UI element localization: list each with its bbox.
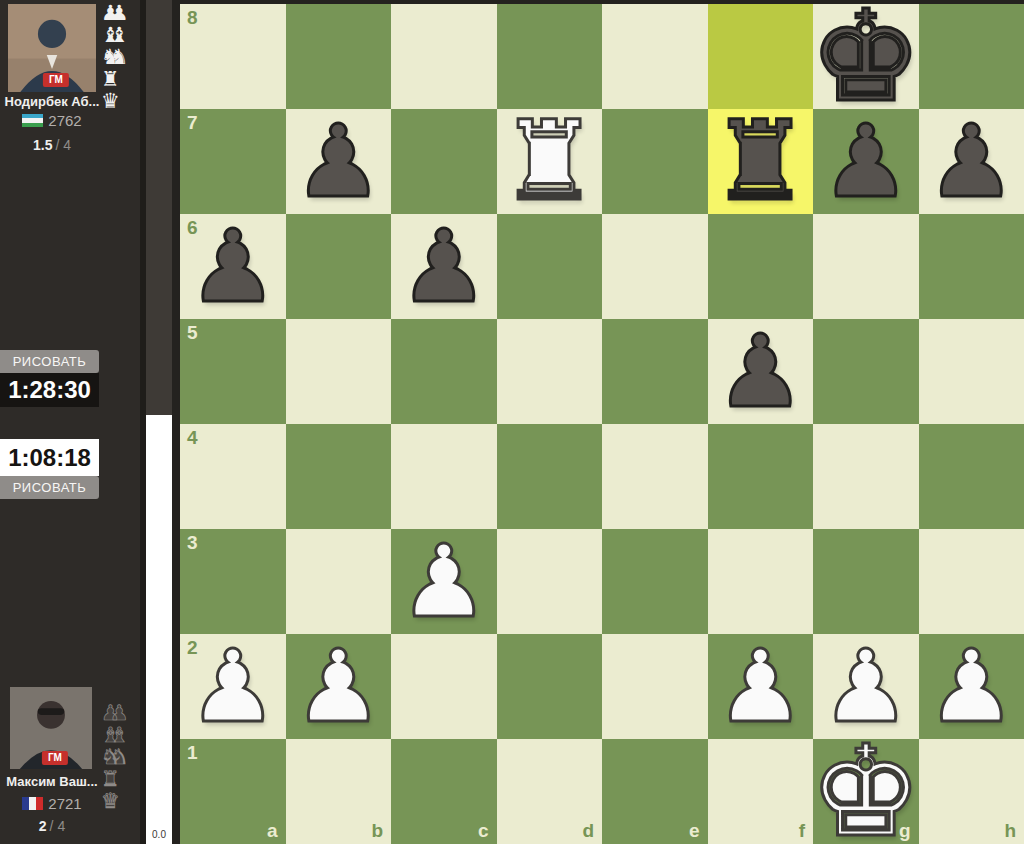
square-d3[interactable] (497, 529, 603, 634)
player-score-total-bottom: / 4 (50, 818, 66, 834)
square-g6[interactable] (813, 214, 919, 319)
file-label-g: g (899, 821, 911, 840)
square-g8[interactable]: ♚ (813, 4, 919, 109)
piece-black-rook[interactable]: ♜ (711, 109, 810, 214)
file-label-a: a (267, 821, 278, 840)
player-photo-top: ГМ (8, 4, 96, 92)
player-rating-bottom: 2721 (48, 795, 81, 812)
player-name-bottom: Максим Ваш... (0, 774, 104, 789)
rank-label-7: 7 (187, 113, 198, 132)
square-b3[interactable] (286, 529, 392, 634)
file-label-e: e (689, 821, 700, 840)
square-h4[interactable] (919, 424, 1024, 529)
square-e5[interactable] (602, 319, 708, 424)
square-c5[interactable] (391, 319, 497, 424)
captured-queen-icon: ♛ (101, 790, 139, 812)
player-score-value-top: 1.5 (33, 137, 52, 153)
square-f6[interactable] (708, 214, 814, 319)
captured-bishop-icon: ♝♝ (101, 724, 139, 746)
square-c2[interactable] (391, 634, 497, 739)
square-a5[interactable]: 5 (180, 319, 286, 424)
file-label-f: f (799, 821, 805, 840)
captured-rook-icon: ♜ (101, 768, 139, 790)
square-h8[interactable] (919, 4, 1024, 109)
player-rating-row-bottom: 2721 (0, 795, 104, 812)
square-g3[interactable] (813, 529, 919, 634)
eval-bar-white-portion: 0.0 (146, 415, 172, 844)
square-c4[interactable] (391, 424, 497, 529)
square-b7[interactable]: ♟ (286, 109, 392, 214)
square-a6[interactable]: 6♟ (180, 214, 286, 319)
square-d2[interactable] (497, 634, 603, 739)
captured-knight-icon: ♞♞ (101, 746, 139, 768)
rank-label-8: 8 (187, 8, 198, 27)
square-h2[interactable]: ♟ (919, 634, 1024, 739)
clock-top: 1:28:30 (0, 373, 99, 407)
eval-value: 0.0 (146, 829, 172, 840)
file-label-c: c (478, 821, 489, 840)
captured-knight-icon: ♞♞ (101, 46, 139, 68)
rank-label-3: 3 (187, 533, 198, 552)
captured-pawn-icon: ♟♟ (101, 702, 139, 724)
square-d6[interactable] (497, 214, 603, 319)
square-b6[interactable] (286, 214, 392, 319)
rank-label-1: 1 (187, 743, 198, 762)
piece-white-pawn[interactable]: ♟ (715, 634, 805, 739)
rank-label-2: 2 (187, 638, 198, 657)
square-d7[interactable]: ♜ (497, 109, 603, 214)
square-a2[interactable]: 2♟ (180, 634, 286, 739)
captured-pieces-bottom: ♟♟♝♝♞♞♜♛ (101, 702, 139, 812)
gm-badge-bottom: ГМ (42, 751, 68, 765)
square-d1[interactable]: d (497, 739, 603, 844)
square-c3[interactable]: ♟ (391, 529, 497, 634)
square-e3[interactable] (602, 529, 708, 634)
square-g1[interactable]: g♚ (813, 739, 919, 844)
flag-uzbekistan-icon (22, 114, 43, 127)
square-h6[interactable] (919, 214, 1024, 319)
file-label-b: b (371, 821, 383, 840)
rank-label-6: 6 (187, 218, 198, 237)
square-a7[interactable]: 7 (180, 109, 286, 214)
square-f3[interactable] (708, 529, 814, 634)
eval-board-divider (172, 0, 180, 844)
square-a3[interactable]: 3 (180, 529, 286, 634)
captured-queen-icon: ♛ (101, 90, 139, 112)
square-h7[interactable]: ♟ (919, 109, 1024, 214)
square-f2[interactable]: ♟ (708, 634, 814, 739)
player-score-top: 1.5/ 4 (0, 137, 104, 153)
square-g4[interactable] (813, 424, 919, 529)
app-root: ГМ ♟♟♝♝♞♞♜♛ Нодирбек Аб... 2762 1.5/ 4 Р… (0, 0, 1024, 844)
draw-button-top[interactable]: РИСОВАТЬ (0, 350, 99, 373)
player-name-top: Нодирбек Аб... (0, 94, 104, 109)
clock-bottom: 1:08:18 (0, 439, 99, 476)
player-score-bottom: 2/ 4 (0, 818, 104, 834)
piece-black-pawn[interactable]: ♟ (821, 109, 911, 214)
square-f5[interactable]: ♟ (708, 319, 814, 424)
square-a8[interactable]: 8 (180, 4, 286, 109)
square-e4[interactable] (602, 424, 708, 529)
eval-bar: 0.0 (146, 0, 172, 844)
draw-button-bottom[interactable]: РИСОВАТЬ (0, 476, 99, 499)
piece-white-pawn[interactable]: ♟ (293, 634, 383, 739)
square-h1[interactable]: h (919, 739, 1024, 844)
square-c6[interactable]: ♟ (391, 214, 497, 319)
piece-black-king[interactable]: ♚ (809, 4, 922, 109)
square-d4[interactable] (497, 424, 603, 529)
captured-pieces-top: ♟♟♝♝♞♞♜♛ (101, 2, 139, 112)
square-e2[interactable] (602, 634, 708, 739)
square-f4[interactable] (708, 424, 814, 529)
captured-rook-icon: ♜ (101, 68, 139, 90)
piece-white-pawn[interactable]: ♟ (926, 634, 1016, 739)
square-e6[interactable] (602, 214, 708, 319)
square-e8[interactable] (602, 4, 708, 109)
captured-pawn-icon: ♟♟ (101, 2, 139, 24)
player-rating-row-top: 2762 (0, 112, 104, 129)
square-f8[interactable] (708, 4, 814, 109)
captured-bishop-icon: ♝♝ (101, 24, 139, 46)
square-a4[interactable]: 4 (180, 424, 286, 529)
piece-black-pawn[interactable]: ♟ (399, 214, 489, 319)
square-d5[interactable] (497, 319, 603, 424)
player-score-total-top: / 4 (55, 137, 71, 153)
piece-black-pawn[interactable]: ♟ (188, 214, 278, 319)
square-f7[interactable]: ♜ (708, 109, 814, 214)
file-label-h: h (1004, 821, 1016, 840)
square-a1[interactable]: 1a (180, 739, 286, 844)
chess-board: 8♚7♟♜♜♟♟6♟♟5♟43♟2♟♟♟♟♟1abcdefg♚h (180, 4, 1024, 844)
file-label-d: d (582, 821, 594, 840)
square-e1[interactable]: e (602, 739, 708, 844)
player-score-value-bottom: 2 (39, 818, 47, 834)
player-rating-top: 2762 (48, 112, 81, 129)
flag-france-icon (22, 797, 43, 810)
piece-white-pawn[interactable]: ♟ (399, 529, 489, 634)
piece-white-rook[interactable]: ♜ (500, 109, 599, 214)
piece-white-pawn[interactable]: ♟ (188, 634, 278, 739)
square-d8[interactable] (497, 4, 603, 109)
square-b1[interactable]: b (286, 739, 392, 844)
square-e7[interactable] (602, 109, 708, 214)
square-g5[interactable] (813, 319, 919, 424)
square-b4[interactable] (286, 424, 392, 529)
piece-black-pawn[interactable]: ♟ (926, 109, 1016, 214)
player-photo-bottom: ГМ (10, 686, 92, 770)
rank-label-4: 4 (187, 428, 198, 447)
square-b5[interactable] (286, 319, 392, 424)
sidebar: ГМ ♟♟♝♝♞♞♜♛ Нодирбек Аб... 2762 1.5/ 4 Р… (0, 0, 140, 844)
rank-label-5: 5 (187, 323, 198, 342)
square-c8[interactable] (391, 4, 497, 109)
piece-black-pawn[interactable]: ♟ (715, 319, 805, 424)
gm-badge-top: ГМ (43, 73, 69, 87)
piece-black-pawn[interactable]: ♟ (293, 109, 383, 214)
square-c1[interactable]: c (391, 739, 497, 844)
square-c7[interactable] (391, 109, 497, 214)
square-h5[interactable] (919, 319, 1024, 424)
square-b8[interactable] (286, 4, 392, 109)
square-b2[interactable]: ♟ (286, 634, 392, 739)
square-g7[interactable]: ♟ (813, 109, 919, 214)
square-h3[interactable] (919, 529, 1024, 634)
square-f1[interactable]: f (708, 739, 814, 844)
